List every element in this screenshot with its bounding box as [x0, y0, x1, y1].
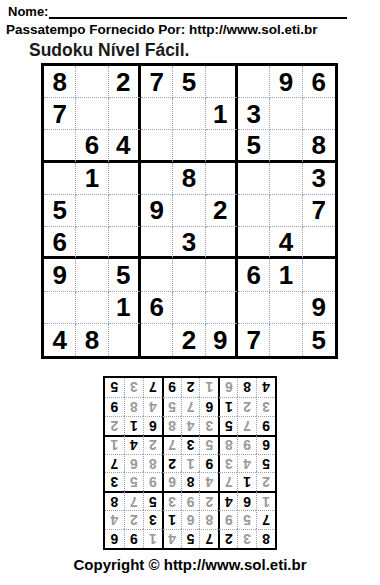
answer-cell: 6 — [199, 397, 218, 416]
answer-cell: 3 — [105, 472, 124, 491]
answer-solved-digit: 2 — [206, 495, 214, 509]
answer-cell: 8 — [256, 529, 275, 548]
answer-cell: 9 — [105, 397, 124, 416]
puzzle-cell: 6 — [141, 292, 173, 324]
answer-cell: 4 — [143, 397, 162, 416]
puzzle-given-digit: 1 — [213, 101, 227, 127]
answer-cell: 5 — [237, 510, 256, 529]
page-title: Sudoku Nível Fácil. — [29, 40, 189, 61]
puzzle-cell: 5 — [238, 130, 270, 162]
puzzle-cell[interactable] — [141, 98, 173, 130]
puzzle-cell: 1 — [109, 292, 141, 324]
answer-cell: 7 — [256, 510, 275, 529]
answer-cell: 7 — [218, 472, 237, 491]
puzzle-cell[interactable] — [76, 292, 108, 324]
answer-solved-digit: 5 — [168, 400, 176, 414]
answer-given-digit: 4 — [262, 380, 270, 394]
answer-solved-digit: 8 — [168, 419, 176, 433]
puzzle-cell[interactable] — [109, 195, 141, 227]
answer-cell: 2 — [105, 416, 124, 435]
puzzle-given-digit: 5 — [182, 69, 196, 95]
puzzle-cell: 8 — [76, 324, 108, 356]
puzzle-given-digit: 2 — [213, 197, 227, 223]
answer-cell: 3 — [199, 416, 218, 435]
answer-cell: 9 — [124, 529, 143, 548]
puzzle-cell: 9 — [303, 292, 335, 324]
answer-given-digit: 9 — [206, 457, 214, 471]
puzzle-cell: 5 — [44, 195, 76, 227]
answer-solved-digit: 2 — [243, 400, 251, 414]
puzzle-cell[interactable] — [238, 195, 270, 227]
puzzle-cell: 5 — [173, 66, 205, 98]
answer-solved-digit: 1 — [111, 438, 119, 452]
answer-given-digit: 6 — [243, 495, 251, 509]
puzzle-cell: 6 — [44, 227, 76, 259]
answer-cell: 9 — [143, 472, 162, 491]
answer-solved-digit: 2 — [149, 438, 157, 452]
puzzle-given-digit: 7 — [246, 327, 260, 353]
puzzle-cell: 4 — [270, 227, 302, 259]
answer-cell: 8 — [237, 378, 256, 397]
answer-given-digit: 5 — [187, 532, 195, 546]
answer-cell: 5 — [218, 416, 237, 435]
name-row: Nome: — [8, 3, 347, 19]
puzzle-cell: 6 — [76, 130, 108, 162]
puzzle-cell: 7 — [303, 195, 335, 227]
puzzle-cell[interactable] — [141, 259, 173, 291]
puzzle-cell[interactable] — [238, 163, 270, 195]
answer-cell: 2 — [143, 435, 162, 454]
answer-cell: 4 — [256, 378, 275, 397]
puzzle-cell: 2 — [173, 324, 205, 356]
puzzle-given-digit: 9 — [279, 69, 293, 95]
puzzle-cell[interactable] — [270, 292, 302, 324]
puzzle-given-digit: 1 — [85, 165, 99, 191]
answer-given-digit: 9 — [111, 400, 119, 414]
puzzle-cell[interactable] — [173, 98, 205, 130]
answer-solved-digit: 8 — [149, 457, 157, 471]
answer-solved-digit: 6 — [225, 380, 233, 394]
answer-solved-digit: 3 — [225, 457, 233, 471]
puzzle-given-digit: 5 — [246, 132, 260, 158]
answer-cell: 1 — [199, 378, 218, 397]
answer-given-digit: 1 — [225, 400, 233, 414]
puzzle-cell: 1 — [270, 259, 302, 291]
answer-cell: 8 — [181, 472, 200, 491]
answer-solved-digit: 7 — [187, 400, 195, 414]
puzzle-cell: 1 — [206, 98, 238, 130]
puzzle-cell[interactable] — [76, 227, 108, 259]
answer-cell: 5 — [256, 454, 275, 473]
puzzle-cell[interactable] — [270, 324, 302, 356]
answer-given-digit: 9 — [168, 380, 176, 394]
answer-solved-digit: 5 — [243, 513, 251, 527]
puzzle-cell: 7 — [44, 98, 76, 130]
puzzle-cell[interactable] — [270, 98, 302, 130]
answer-cell: 8 — [105, 491, 124, 510]
answer-given-digit: 3 — [187, 438, 195, 452]
puzzle-cell: 2 — [109, 66, 141, 98]
answer-cell: 4 — [181, 416, 200, 435]
puzzle-cell[interactable] — [76, 66, 108, 98]
puzzle-cell[interactable] — [206, 292, 238, 324]
answer-cell: 7 — [237, 416, 256, 435]
puzzle-cell: 9 — [206, 324, 238, 356]
answer-cell: 6 — [105, 529, 124, 548]
puzzle-cell[interactable] — [270, 195, 302, 227]
answer-given-digit: 8 — [262, 532, 270, 546]
answer-cell: 3 — [218, 454, 237, 473]
answer-cell: 9 — [162, 378, 181, 397]
answer-solved-digit: 5 — [130, 475, 138, 489]
answer-solved-digit: 4 — [149, 400, 157, 414]
puzzle-given-digit: 1 — [116, 294, 130, 320]
answer-given-digit: 9 — [262, 419, 270, 433]
answer-cell: 3 — [256, 397, 275, 416]
answer-solved-digit: 7 — [225, 475, 233, 489]
copyright-text: Copyright © http://www.sol.eti.br — [0, 556, 380, 573]
puzzle-cell[interactable] — [270, 163, 302, 195]
answer-given-digit: 1 — [130, 419, 138, 433]
puzzle-cell: 9 — [270, 66, 302, 98]
puzzle-cell: 5 — [109, 259, 141, 291]
answer-cell: 7 — [124, 491, 143, 510]
answer-solved-digit: 1 — [187, 457, 195, 471]
answer-given-digit: 8 — [111, 495, 119, 509]
answer-given-digit: 4 — [225, 495, 233, 509]
puzzle-cell: 8 — [44, 66, 76, 98]
answer-cell: 2 — [237, 397, 256, 416]
answer-cell: 8 — [218, 435, 237, 454]
answer-given-digit: 3 — [149, 513, 157, 527]
puzzle-given-digit: 6 — [312, 69, 326, 95]
answer-given-digit: 1 — [243, 475, 251, 489]
puzzle-cell[interactable] — [206, 66, 238, 98]
answer-solved-digit: 6 — [130, 457, 138, 471]
puzzle-given-digit: 6 — [246, 262, 260, 288]
answer-given-digit: 8 — [243, 380, 251, 394]
puzzle-cell[interactable] — [270, 130, 302, 162]
answer-cell: 2 — [199, 491, 218, 510]
answer-solved-digit: 4 — [187, 419, 195, 433]
puzzle-cell[interactable] — [76, 98, 108, 130]
answer-cell: 9 — [256, 416, 275, 435]
name-fill-line[interactable] — [49, 3, 347, 19]
answer-cell: 3 — [143, 510, 162, 529]
puzzle-cell: 1 — [76, 163, 108, 195]
answer-given-digit: 5 — [225, 419, 233, 433]
puzzle-given-digit: 4 — [279, 229, 293, 255]
answer-cell: 6 — [181, 510, 200, 529]
answer-given-digit: 2 — [187, 380, 195, 394]
answer-solved-digit: 7 — [243, 419, 251, 433]
answer-solved-digit: 3 — [262, 400, 270, 414]
answer-cell: 4 — [124, 435, 143, 454]
answer-cell: 3 — [181, 435, 200, 454]
puzzle-cell[interactable] — [141, 163, 173, 195]
answer-solved-digit: 5 — [206, 438, 214, 452]
puzzle-given-digit: 3 — [312, 165, 326, 191]
answer-solved-digit: 4 — [243, 457, 251, 471]
answer-given-digit: 5 — [262, 457, 270, 471]
solution-grid: 8327541967598613241642935782174869535439… — [103, 376, 277, 550]
answer-cell: 2 — [124, 510, 143, 529]
puzzle-given-digit: 5 — [312, 327, 326, 353]
answer-cell: 6 — [237, 491, 256, 510]
answer-solved-digit: 2 — [130, 513, 138, 527]
puzzle-cell[interactable] — [141, 227, 173, 259]
answer-given-digit: 6 — [262, 438, 270, 452]
puzzle-cell[interactable] — [238, 66, 270, 98]
answer-solved-digit: 1 — [149, 532, 157, 546]
puzzle-given-digit: 1 — [279, 262, 293, 288]
answer-cell: 9 — [237, 435, 256, 454]
puzzle-cell[interactable] — [44, 292, 76, 324]
answer-cell: 6 — [256, 435, 275, 454]
answer-solved-digit: 9 — [225, 513, 233, 527]
puzzle-cell[interactable] — [44, 130, 76, 162]
answer-solved-digit: 8 — [225, 438, 233, 452]
puzzle-cell[interactable] — [303, 259, 335, 291]
name-label: Nome: — [8, 4, 48, 19]
answer-solved-digit: 3 — [168, 495, 176, 509]
answer-cell: 8 — [199, 510, 218, 529]
answer-cell: 6 — [162, 472, 181, 491]
answer-cell: 8 — [124, 397, 143, 416]
puzzle-given-digit: 9 — [52, 262, 66, 288]
answer-cell: 9 — [181, 491, 200, 510]
puzzle-cell: 3 — [173, 227, 205, 259]
answer-cell: 4 — [237, 454, 256, 473]
answer-given-digit: 1 — [168, 513, 176, 527]
answer-given-digit: 6 — [206, 400, 214, 414]
puzzle-cell[interactable] — [238, 227, 270, 259]
answer-solved-digit: 9 — [187, 495, 195, 509]
answer-cell: 1 — [105, 435, 124, 454]
answer-cell: 9 — [218, 510, 237, 529]
puzzle-given-digit: 4 — [116, 132, 130, 158]
answer-cell: 3 — [124, 378, 143, 397]
answer-cell: 5 — [181, 529, 200, 548]
answer-cell: 5 — [199, 435, 218, 454]
puzzle-cell: 4 — [44, 324, 76, 356]
answer-solved-digit: 4 — [168, 532, 176, 546]
answer-given-digit: 3 — [111, 475, 119, 489]
answer-cell: 1 — [181, 454, 200, 473]
puzzle-cell[interactable] — [173, 195, 205, 227]
puzzle-cell[interactable] — [206, 227, 238, 259]
answer-solved-digit: 6 — [168, 475, 176, 489]
puzzle-given-digit: 3 — [182, 229, 196, 255]
answer-cell: 1 — [218, 397, 237, 416]
puzzle-cell: 8 — [303, 130, 335, 162]
answer-cell: 4 — [162, 529, 181, 548]
puzzle-cell[interactable] — [206, 259, 238, 291]
puzzle-given-digit: 9 — [149, 197, 163, 223]
answer-solved-digit: 7 — [130, 495, 138, 509]
answer-given-digit: 7 — [262, 513, 270, 527]
answer-given-digit: 6 — [111, 532, 119, 546]
answer-solved-digit: 7 — [168, 438, 176, 452]
answer-solved-digit: 6 — [187, 513, 195, 527]
answer-given-digit: 5 — [111, 380, 119, 394]
puzzle-cell[interactable] — [238, 292, 270, 324]
answer-given-digit: 5 — [149, 495, 157, 509]
answer-cell: 1 — [143, 529, 162, 548]
puzzle-cell[interactable] — [173, 130, 205, 162]
puzzle-given-digit: 2 — [116, 69, 130, 95]
puzzle-cell[interactable] — [76, 259, 108, 291]
answer-cell: 3 — [162, 491, 181, 510]
puzzle-given-digit: 7 — [52, 101, 66, 127]
answer-cell: 7 — [143, 378, 162, 397]
answer-cell: 2 — [218, 529, 237, 548]
answer-solved-digit: 2 — [111, 419, 119, 433]
answer-cell: 1 — [237, 472, 256, 491]
answer-given-digit: 2 — [168, 457, 176, 471]
puzzle-cell: 9 — [44, 259, 76, 291]
puzzle-cell: 9 — [141, 195, 173, 227]
answer-solved-digit: 3 — [130, 380, 138, 394]
answer-solved-digit: 9 — [243, 438, 251, 452]
answer-cell: 1 — [256, 491, 275, 510]
answer-cell: 7 — [162, 435, 181, 454]
puzzle-cell[interactable] — [173, 259, 205, 291]
puzzle-cell: 6 — [238, 259, 270, 291]
puzzle-cell: 3 — [238, 98, 270, 130]
answer-cell: 1 — [124, 416, 143, 435]
puzzle-given-digit: 6 — [52, 229, 66, 255]
puzzle-cell: 7 — [238, 324, 270, 356]
answer-solved-digit: 2 — [262, 475, 270, 489]
answer-given-digit: 2 — [225, 532, 233, 546]
answer-solved-digit: 4 — [111, 513, 119, 527]
answer-cell: 8 — [143, 454, 162, 473]
answer-cell: 7 — [181, 397, 200, 416]
answer-cell: 2 — [162, 454, 181, 473]
answer-cell: 7 — [105, 454, 124, 473]
answer-solved-digit: 3 — [206, 419, 214, 433]
puzzle-cell[interactable] — [173, 292, 205, 324]
puzzle-given-digit: 8 — [52, 69, 66, 95]
puzzle-cell[interactable] — [44, 163, 76, 195]
answer-cell: 2 — [256, 472, 275, 491]
puzzle-cell[interactable] — [206, 130, 238, 162]
answer-cell: 4 — [218, 491, 237, 510]
puzzle-given-digit: 2 — [182, 327, 196, 353]
answer-given-digit: 6 — [149, 419, 157, 433]
puzzle-given-digit: 7 — [312, 197, 326, 223]
puzzle-given-digit: 8 — [312, 132, 326, 158]
answer-cell: 2 — [181, 378, 200, 397]
puzzle-given-digit: 9 — [312, 294, 326, 320]
answer-given-digit: 9 — [130, 532, 138, 546]
answer-cell: 6 — [143, 416, 162, 435]
answer-cell: 3 — [237, 529, 256, 548]
puzzle-given-digit: 9 — [213, 327, 227, 353]
puzzle-cell: 3 — [303, 163, 335, 195]
provider-text: Passatempo Fornecido Por: http://www.sol… — [6, 22, 318, 37]
answer-solved-digit: 1 — [262, 495, 270, 509]
answer-given-digit: 4 — [130, 438, 138, 452]
puzzle-cell: 6 — [303, 66, 335, 98]
puzzle-given-digit: 7 — [149, 69, 163, 95]
answer-solved-digit: 9 — [149, 475, 157, 489]
puzzle-cell[interactable] — [141, 324, 173, 356]
answer-given-digit: 7 — [111, 457, 119, 471]
answer-cell: 1 — [162, 510, 181, 529]
puzzle-given-digit: 6 — [149, 294, 163, 320]
answer-given-digit: 8 — [187, 475, 195, 489]
puzzle-grid: 827596713645818359276349561169482975 — [41, 63, 338, 359]
puzzle-cell[interactable] — [76, 195, 108, 227]
puzzle-cell[interactable] — [109, 163, 141, 195]
puzzle-given-digit: 6 — [85, 132, 99, 158]
puzzle-cell: 7 — [141, 66, 173, 98]
answer-cell: 5 — [143, 491, 162, 510]
answer-cell: 5 — [162, 397, 181, 416]
answer-cell: 8 — [162, 416, 181, 435]
answer-cell: 7 — [199, 529, 218, 548]
answer-given-digit: 7 — [149, 380, 157, 394]
answer-cell: 5 — [124, 472, 143, 491]
puzzle-given-digit: 8 — [85, 327, 99, 353]
answer-given-digit: 7 — [206, 532, 214, 546]
answer-solved-digit: 8 — [130, 400, 138, 414]
puzzle-given-digit: 4 — [52, 327, 66, 353]
answer-solved-digit: 8 — [206, 513, 214, 527]
puzzle-cell: 8 — [173, 163, 205, 195]
answer-solved-digit: 3 — [243, 532, 251, 546]
puzzle-cell: 5 — [303, 324, 335, 356]
puzzle-given-digit: 5 — [52, 197, 66, 223]
puzzle-cell[interactable] — [141, 130, 173, 162]
puzzle-given-digit: 8 — [182, 165, 196, 191]
puzzle-cell[interactable] — [206, 163, 238, 195]
answer-solved-digit: 4 — [206, 475, 214, 489]
answer-cell: 5 — [105, 378, 124, 397]
answer-cell: 6 — [124, 454, 143, 473]
puzzle-cell: 4 — [109, 130, 141, 162]
answer-cell: 4 — [199, 472, 218, 491]
puzzle-given-digit: 3 — [246, 101, 260, 127]
answer-cell: 9 — [199, 454, 218, 473]
answer-cell: 6 — [218, 378, 237, 397]
answer-solved-digit: 1 — [206, 380, 214, 394]
puzzle-cell[interactable] — [109, 227, 141, 259]
puzzle-given-digit: 5 — [116, 262, 130, 288]
puzzle-cell[interactable] — [109, 324, 141, 356]
puzzle-cell[interactable] — [109, 98, 141, 130]
puzzle-cell[interactable] — [303, 227, 335, 259]
puzzle-cell[interactable] — [303, 98, 335, 130]
answer-cell: 4 — [105, 510, 124, 529]
puzzle-cell: 2 — [206, 195, 238, 227]
